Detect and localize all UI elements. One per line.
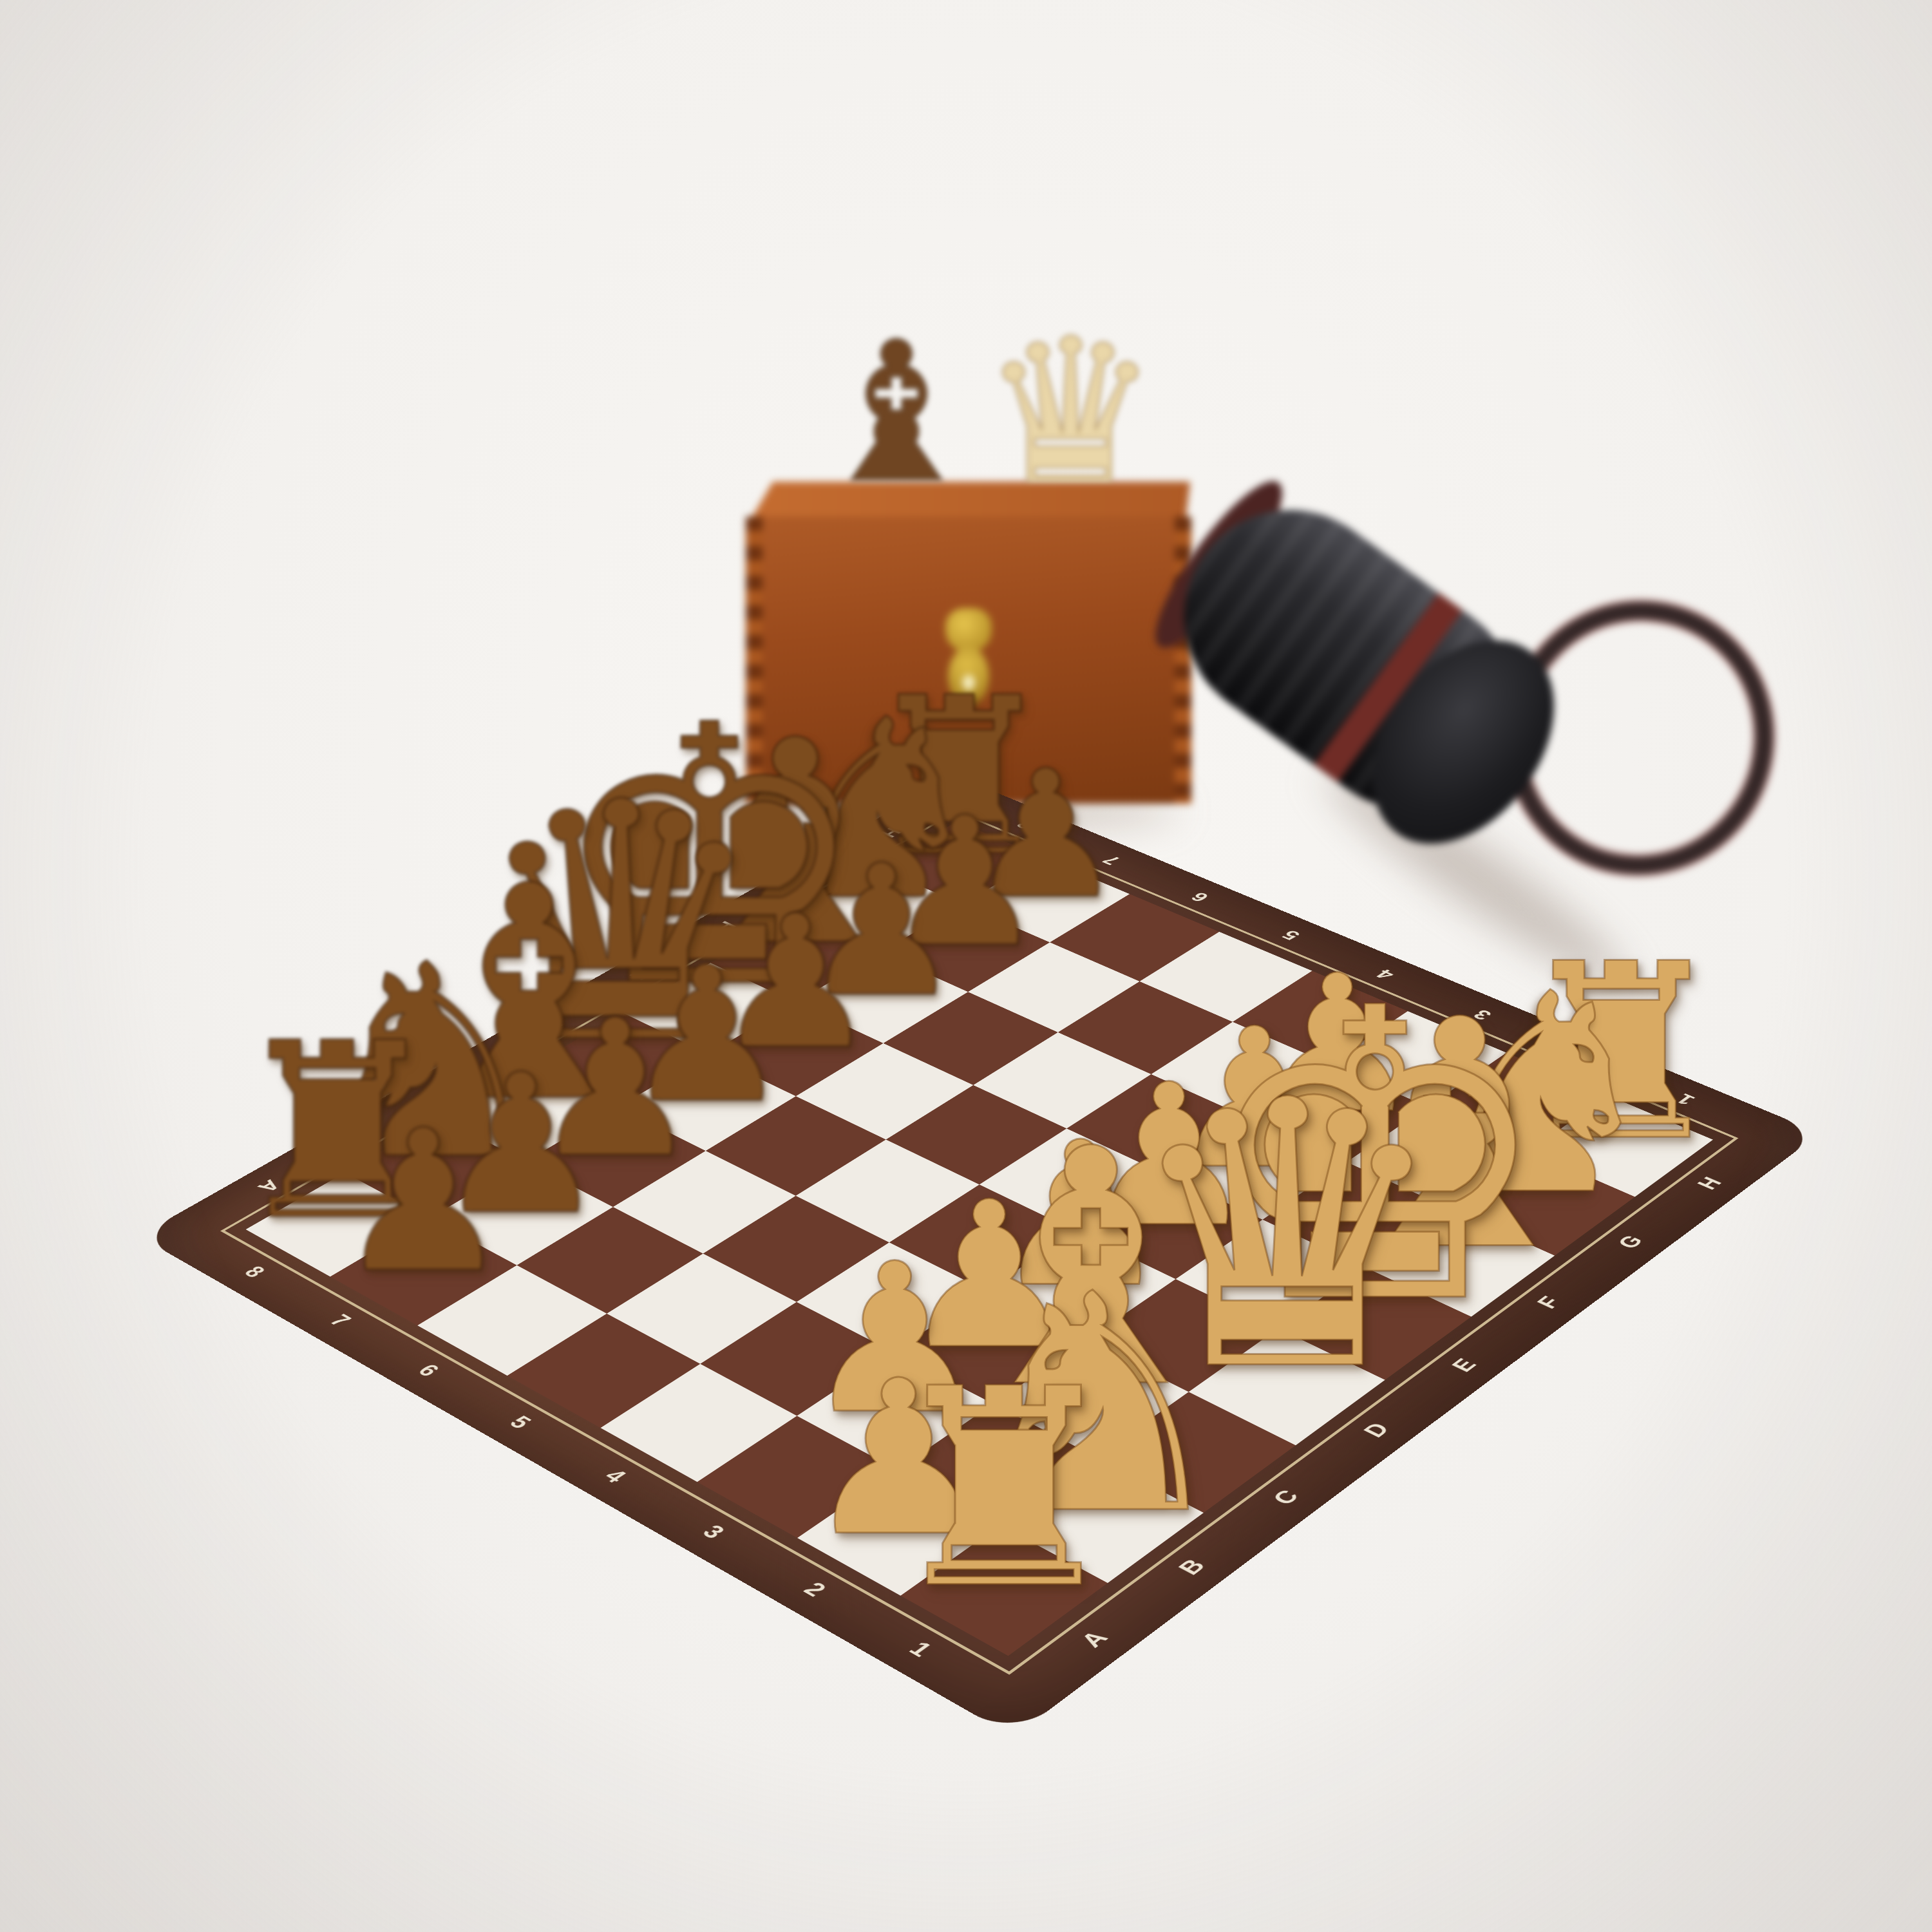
black-pawn-a7[interactable]: ♟ (336, 1110, 511, 1296)
chess-set-photo-scene: ♝ ♛ AABBCCDDEEFFGGHH1122334455667788 ♜♞♛… (0, 0, 1932, 1932)
white-rook-a1[interactable]: ♜ (882, 1360, 1126, 1620)
rank-label-west-6: 6 (412, 1361, 445, 1381)
rank-label-west-3: 3 (696, 1521, 730, 1543)
file-label-south-C: C (1267, 1486, 1305, 1508)
rank-label-east-6: 6 (1186, 889, 1213, 904)
rank-label-west-4: 4 (598, 1466, 632, 1487)
rank-label-west-5: 5 (504, 1412, 537, 1433)
